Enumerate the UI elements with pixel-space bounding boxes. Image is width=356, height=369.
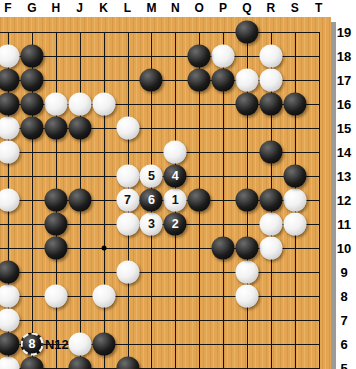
stone-white-S11[interactable]	[283, 213, 306, 236]
coordinate-label-right: 8	[340, 289, 347, 304]
stone-black-S16[interactable]	[283, 93, 306, 116]
stone-black-G17[interactable]	[20, 69, 43, 92]
stone-black-M17[interactable]	[140, 69, 163, 92]
stone-white-L11[interactable]	[116, 213, 139, 236]
coordinate-label-right: 9	[340, 265, 347, 280]
stone-black-H11[interactable]	[44, 213, 67, 236]
stone-white-Q8[interactable]	[236, 285, 259, 308]
stone-black-M12[interactable]: 6	[140, 189, 163, 212]
star-point	[101, 246, 106, 251]
stone-black-H10[interactable]	[44, 237, 67, 260]
stone-black-G16[interactable]	[20, 93, 43, 116]
stone-white-J16[interactable]	[68, 93, 91, 116]
coordinate-label-right: 7	[340, 313, 347, 328]
stone-white-N14[interactable]	[164, 141, 187, 164]
stone-black-P10[interactable]	[212, 237, 235, 260]
move-number: 6	[148, 194, 155, 207]
move-number: 8	[28, 338, 35, 351]
coordinate-label-right: 5	[340, 361, 347, 369]
stone-white-R11[interactable]	[259, 213, 282, 236]
move-number: 2	[172, 218, 179, 231]
stone-black-G15[interactable]	[20, 117, 43, 140]
stone-black-N11[interactable]: 2	[164, 213, 187, 236]
coordinate-label-top: L	[124, 1, 131, 16]
stone-white-H8[interactable]	[44, 285, 67, 308]
stone-black-R12[interactable]	[259, 189, 282, 212]
stone-white-Q17[interactable]	[236, 69, 259, 92]
coordinate-label-top: O	[195, 1, 204, 16]
stone-black-H15[interactable]	[44, 117, 67, 140]
coordinate-label-right: 12	[337, 193, 351, 208]
stone-black-Q16[interactable]	[236, 93, 259, 116]
coordinate-label-top: T	[315, 1, 322, 16]
coordinate-label-top: Q	[242, 1, 251, 16]
coordinate-label-top: F	[4, 1, 11, 16]
stone-black-O17[interactable]	[188, 69, 211, 92]
stone-white-L9[interactable]	[116, 261, 139, 284]
coordinate-label-top: S	[291, 1, 299, 16]
coordinate-label-top: G	[27, 1, 36, 16]
grid-hline	[0, 320, 319, 321]
stone-black-O18[interactable]	[188, 45, 211, 68]
stone-white-N12[interactable]: 1	[164, 189, 187, 212]
stone-white-Q9[interactable]	[236, 261, 259, 284]
stone-white-P18[interactable]	[212, 45, 235, 68]
stone-black-Q12[interactable]	[236, 189, 259, 212]
move-number: 5	[148, 170, 155, 183]
stone-black-R16[interactable]	[259, 93, 282, 116]
coordinate-label-right: 14	[337, 145, 351, 160]
stone-white-K8[interactable]	[92, 285, 115, 308]
stone-black-P17[interactable]	[212, 69, 235, 92]
grid-hline	[0, 32, 319, 33]
stone-black-N13[interactable]: 4	[164, 165, 187, 188]
coordinate-label-right: 11	[337, 217, 351, 232]
stone-black-J12[interactable]	[68, 189, 91, 212]
coordinate-label-top: N	[171, 1, 180, 16]
stone-white-M13[interactable]: 5	[140, 165, 163, 188]
stone-black-G6[interactable]: 8	[20, 333, 43, 356]
stone-white-L12[interactable]: 7	[116, 189, 139, 212]
stone-black-Q19[interactable]	[236, 21, 259, 44]
stone-black-G18[interactable]	[20, 45, 43, 68]
stone-white-H16[interactable]	[44, 93, 67, 116]
coordinate-label-right: 18	[337, 49, 351, 64]
stone-white-R10[interactable]	[259, 237, 282, 260]
coordinate-label-right: 15	[337, 121, 351, 136]
grid-hline	[0, 272, 319, 273]
stone-black-K6[interactable]	[92, 333, 115, 356]
stone-white-L15[interactable]	[116, 117, 139, 140]
stone-white-M11[interactable]: 3	[140, 213, 163, 236]
stone-black-J15[interactable]	[68, 117, 91, 140]
stone-white-J6[interactable]	[68, 333, 91, 356]
stone-black-S13[interactable]	[283, 165, 306, 188]
coordinate-label-right: 6	[340, 337, 347, 352]
coordinate-label-top: R	[267, 1, 276, 16]
coordinate-label-top: P	[219, 1, 227, 16]
stone-white-S12[interactable]	[283, 189, 306, 212]
stone-black-H12[interactable]	[44, 189, 67, 212]
coordinate-label-top: H	[51, 1, 60, 16]
move-number: 7	[124, 194, 131, 207]
coordinate-label-top: K	[99, 1, 108, 16]
coordinate-label-right: 10	[337, 241, 351, 256]
stone-black-Q10[interactable]	[236, 237, 259, 260]
stone-white-R18[interactable]	[259, 45, 282, 68]
stone-white-R17[interactable]	[259, 69, 282, 92]
stone-white-L13[interactable]	[116, 165, 139, 188]
move-number: 1	[172, 194, 179, 207]
move-number: 4	[172, 170, 179, 183]
move-number: 3	[148, 218, 155, 231]
coordinate-label-right: 17	[337, 73, 351, 88]
coordinate-label-right: 13	[337, 169, 351, 184]
go-diagram-screen: FGHJKLMNOPQRST 1918171615141312111098765…	[0, 0, 356, 369]
coordinate-label-top: J	[76, 1, 83, 16]
stone-black-O12[interactable]	[188, 189, 211, 212]
stone-white-K16[interactable]	[92, 93, 115, 116]
coordinate-label-top: M	[146, 1, 156, 16]
stone-black-R14[interactable]	[259, 141, 282, 164]
annotation-point-label: N12	[45, 337, 69, 352]
coordinate-label-right: 19	[337, 25, 351, 40]
coordinate-label-right: 16	[337, 97, 351, 112]
